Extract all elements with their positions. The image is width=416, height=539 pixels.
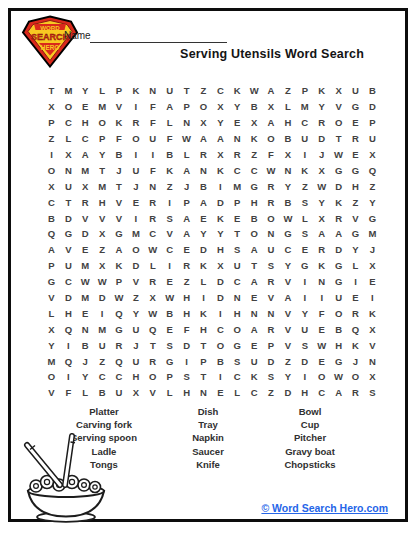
grid-cell: K: [212, 162, 229, 178]
grid-cell: C: [60, 115, 77, 131]
grid-cell: E: [229, 210, 246, 226]
grid-cell: I: [296, 274, 313, 290]
grid-cell: P: [111, 274, 128, 290]
word-list-item: Chopsticks: [240, 458, 380, 471]
grid-cell: S: [364, 385, 381, 401]
grid-cell: J: [347, 353, 364, 369]
grid-cell: G: [161, 353, 178, 369]
grid-cell: P: [195, 353, 212, 369]
grid-cell: R: [313, 242, 330, 258]
grid-cell: K: [246, 369, 263, 385]
grid-cell: Q: [111, 305, 128, 321]
grid-cell: R: [77, 194, 94, 210]
grid-cell: C: [212, 83, 229, 99]
grid-cell: K: [330, 194, 347, 210]
grid-cell: C: [212, 321, 229, 337]
grid-cell: V: [279, 274, 296, 290]
grid-cell: H: [279, 115, 296, 131]
grid-cell: A: [330, 385, 347, 401]
grid-cell: L: [229, 385, 246, 401]
grid-cell: A: [178, 162, 195, 178]
word-list-column-3: BowlCupPitcherGravy boatChopsticks: [240, 405, 380, 471]
grid-cell: A: [263, 83, 280, 99]
grid-cell: U: [364, 131, 381, 147]
grid-cell: V: [127, 274, 144, 290]
grid-cell: X: [127, 385, 144, 401]
grid-cell: H: [212, 242, 229, 258]
grid-cell: J: [313, 147, 330, 163]
grid-cell: A: [43, 242, 60, 258]
name-label: Name: [64, 30, 91, 41]
grid-cell: U: [161, 83, 178, 99]
grid-cell: E: [77, 242, 94, 258]
grid-cell: Y: [212, 226, 229, 242]
grid-cell: L: [279, 99, 296, 115]
grid-cell: I: [195, 290, 212, 306]
grid-cell: U: [111, 385, 128, 401]
word-list-item: Pitcher: [240, 431, 380, 444]
grid-cell: X: [94, 258, 111, 274]
grid-cell: G: [111, 226, 128, 242]
grid-cell: C: [144, 226, 161, 242]
grid-cell: D: [195, 242, 212, 258]
grid-cell: K: [229, 83, 246, 99]
grid-cell: E: [212, 385, 229, 401]
grid-cell: P: [94, 131, 111, 147]
grid-cell: A: [77, 147, 94, 163]
grid-cell: S: [296, 337, 313, 353]
grid-cell: Z: [178, 274, 195, 290]
grid-cell: O: [144, 369, 161, 385]
grid-cell: V: [144, 385, 161, 401]
grid-cell: X: [364, 321, 381, 337]
noodle-bowl-illustration: [18, 433, 114, 523]
grid-cell: V: [111, 99, 128, 115]
grid-cell: V: [111, 194, 128, 210]
grid-cell: R: [144, 194, 161, 210]
grid-cell: O: [43, 369, 60, 385]
grid-cell: M: [60, 83, 77, 99]
grid-cell: G: [364, 210, 381, 226]
grid-cell: X: [212, 147, 229, 163]
grid-cell: Q: [111, 353, 128, 369]
grid-cell: A: [330, 226, 347, 242]
grid-cell: Z: [43, 131, 60, 147]
chopsticks-icon: [27, 436, 75, 485]
grid-cell: K: [246, 131, 263, 147]
grid-cell: V: [279, 321, 296, 337]
grid-cell: E: [195, 210, 212, 226]
grid-cell: K: [347, 337, 364, 353]
grid-cell: S: [296, 194, 313, 210]
grid-cell: Q: [43, 226, 60, 242]
grid-cell: B: [161, 147, 178, 163]
grid-cell: E: [77, 305, 94, 321]
grid-cell: D: [77, 226, 94, 242]
grid-cell: F: [178, 321, 195, 337]
worksheet-page: WORD SEARCH HERO Name Serving Utensils W…: [0, 0, 416, 539]
grid-cell: N: [77, 321, 94, 337]
grid-cell: T: [229, 226, 246, 242]
word-search-hero-logo: WORD SEARCH HERO: [21, 15, 79, 68]
grid-cell: Y: [212, 115, 229, 131]
grid-cell: U: [94, 337, 111, 353]
grid-cell: W: [330, 369, 347, 385]
grid-cell: S: [263, 369, 280, 385]
grid-cell: H: [229, 305, 246, 321]
grid-cell: D: [178, 337, 195, 353]
grid-cell: L: [161, 385, 178, 401]
grid-cell: I: [144, 147, 161, 163]
grid-cell: P: [263, 337, 280, 353]
grid-cell: R: [263, 274, 280, 290]
grid-cell: Y: [195, 226, 212, 242]
grid-cell: T: [195, 369, 212, 385]
grid-cell: D: [212, 274, 229, 290]
grid-cell: F: [161, 131, 178, 147]
grid-cell: P: [178, 194, 195, 210]
grid-cell: K: [212, 210, 229, 226]
grid-cell: C: [296, 115, 313, 131]
grid-cell: I: [127, 99, 144, 115]
grid-cell: J: [77, 353, 94, 369]
grid-cell: L: [161, 115, 178, 131]
grid-cell: O: [347, 369, 364, 385]
grid-cell: V: [43, 290, 60, 306]
grid-cell: T: [195, 337, 212, 353]
grid-cell: E: [77, 99, 94, 115]
grid-cell: W: [313, 337, 330, 353]
grid-cell: U: [60, 258, 77, 274]
grid-cell: O: [229, 321, 246, 337]
grid-cell: T: [60, 194, 77, 210]
grid-cell: E: [347, 290, 364, 306]
grid-cell: D: [127, 258, 144, 274]
grid-cell: H: [178, 305, 195, 321]
grid-cell: G: [279, 226, 296, 242]
grid-cell: D: [364, 99, 381, 115]
grid-cell: P: [161, 369, 178, 385]
grid-cell: V: [77, 210, 94, 226]
grid-cell: O: [313, 369, 330, 385]
grid-cell: X: [279, 147, 296, 163]
grid-cell: Y: [279, 258, 296, 274]
grid-cell: U: [263, 242, 280, 258]
grid-cell: P: [43, 258, 60, 274]
grid-cell: M: [77, 290, 94, 306]
grid-cell: L: [144, 258, 161, 274]
grid-cell: J: [127, 178, 144, 194]
grid-cell: X: [43, 321, 60, 337]
grid-cell: U: [60, 178, 77, 194]
grid-cell: C: [246, 385, 263, 401]
grid-cell: D: [94, 290, 111, 306]
grid-cell: B: [279, 194, 296, 210]
grid-cell: H: [296, 385, 313, 401]
grid-cell: H: [178, 385, 195, 401]
grid-cell: Z: [364, 178, 381, 194]
grid-cell: N: [144, 178, 161, 194]
grid-cell: D: [313, 131, 330, 147]
grid-cell: V: [279, 337, 296, 353]
letter-grid: TMYLPKNUTZCKWAZPKXUBXOEMVIFAPOXYBXLMYVGD…: [43, 83, 381, 401]
grid-cell: I: [178, 353, 195, 369]
grid-cell: E: [313, 321, 330, 337]
grid-cell: B: [279, 131, 296, 147]
page-title: Serving Utensils Word Search: [180, 47, 364, 61]
grid-cell: G: [246, 178, 263, 194]
grid-cell: U: [246, 353, 263, 369]
grid-cell: E: [161, 321, 178, 337]
grid-cell: G: [60, 226, 77, 242]
grid-cell: C: [77, 131, 94, 147]
grid-cell: Y: [229, 99, 246, 115]
grid-cell: X: [43, 99, 60, 115]
grid-cell: R: [144, 210, 161, 226]
grid-cell: W: [263, 162, 280, 178]
grid-cell: R: [144, 274, 161, 290]
grid-cell: J: [111, 162, 128, 178]
grid-cell: O: [94, 115, 111, 131]
grid-cell: L: [94, 83, 111, 99]
grid-cell: N: [144, 83, 161, 99]
grid-cell: X: [77, 178, 94, 194]
grid-cell: W: [279, 210, 296, 226]
grid-cell: X: [330, 83, 347, 99]
grid-cell: W: [111, 290, 128, 306]
grid-cell: A: [178, 210, 195, 226]
grid-cell: G: [347, 226, 364, 242]
grid-cell: Z: [127, 290, 144, 306]
grid-cell: L: [178, 147, 195, 163]
grid-cell: U: [296, 131, 313, 147]
word-list-item: Bowl: [240, 405, 380, 418]
grid-cell: V: [60, 242, 77, 258]
grid-cell: K: [195, 305, 212, 321]
grid-cell: L: [43, 305, 60, 321]
grid-cell: T: [94, 162, 111, 178]
grid-cell: V: [161, 226, 178, 242]
grid-cell: R: [313, 115, 330, 131]
grid-cell: D: [279, 385, 296, 401]
grid-cell: T: [111, 178, 128, 194]
grid-cell: E: [229, 115, 246, 131]
grid-cell: A: [178, 226, 195, 242]
grid-cell: A: [212, 131, 229, 147]
grid-cell: I: [127, 147, 144, 163]
grid-cell: U: [347, 83, 364, 99]
grid-cell: V: [330, 99, 347, 115]
grid-cell: E: [313, 353, 330, 369]
grid-cell: X: [263, 99, 280, 115]
grid-cell: V: [94, 210, 111, 226]
grid-cell: G: [347, 99, 364, 115]
grid-cell: G: [330, 162, 347, 178]
grid-cell: N: [195, 162, 212, 178]
grid-cell: K: [161, 162, 178, 178]
grid-cell: E: [178, 242, 195, 258]
grid-cell: J: [178, 178, 195, 194]
grid-cell: K: [313, 83, 330, 99]
grid-cell: B: [330, 321, 347, 337]
grid-cell: M: [127, 226, 144, 242]
grid-cell: H: [330, 337, 347, 353]
grid-cell: R: [347, 385, 364, 401]
word-list-item: Gravy boat: [240, 445, 380, 458]
grid-cell: D: [330, 242, 347, 258]
grid-cell: W: [330, 147, 347, 163]
grid-cell: I: [127, 210, 144, 226]
grid-cell: W: [313, 178, 330, 194]
grid-cell: Y: [77, 83, 94, 99]
grid-cell: W: [77, 274, 94, 290]
grid-cell: H: [77, 115, 94, 131]
grid-cell: E: [347, 147, 364, 163]
grid-cell: E: [246, 337, 263, 353]
grid-cell: A: [279, 290, 296, 306]
grid-cell: H: [178, 290, 195, 306]
grid-cell: I: [60, 337, 77, 353]
grid-cell: X: [212, 258, 229, 274]
grid-cell: N: [229, 290, 246, 306]
grid-cell: Z: [94, 353, 111, 369]
grid-cell: I: [364, 290, 381, 306]
grid-cell: Q: [144, 321, 161, 337]
grid-cell: I: [313, 290, 330, 306]
grid-cell: D: [60, 210, 77, 226]
grid-cell: F: [313, 305, 330, 321]
grid-cell: W: [161, 290, 178, 306]
grid-cell: D: [330, 178, 347, 194]
grid-cell: D: [296, 353, 313, 369]
grid-cell: O: [330, 305, 347, 321]
name-blank-line[interactable]: [90, 42, 227, 43]
word-list-item: Cup: [240, 418, 380, 431]
grid-cell: A: [246, 321, 263, 337]
grid-cell: C: [111, 369, 128, 385]
grid-cell: Q: [364, 162, 381, 178]
grid-cell: W: [94, 274, 111, 290]
grid-cell: S: [178, 369, 195, 385]
grid-cell: I: [94, 305, 111, 321]
grid-cell: Z: [279, 353, 296, 369]
grid-cell: Z: [195, 83, 212, 99]
grid-cell: P: [296, 83, 313, 99]
grid-cell: X: [364, 258, 381, 274]
grid-cell: I: [212, 369, 229, 385]
grid-cell: Y: [43, 337, 60, 353]
grid-cell: V: [111, 210, 128, 226]
grid-cell: U: [144, 131, 161, 147]
grid-cell: Y: [279, 178, 296, 194]
grid-cell: I: [296, 290, 313, 306]
grid-cell: P: [111, 83, 128, 99]
grid-cell: E: [364, 274, 381, 290]
grid-cell: O: [212, 337, 229, 353]
grid-cell: T: [178, 83, 195, 99]
grid-cell: Q: [347, 321, 364, 337]
grid-cell: Z: [263, 385, 280, 401]
grid-cell: E: [161, 274, 178, 290]
grid-cell: I: [347, 274, 364, 290]
grid-cell: X: [364, 147, 381, 163]
grid-cell: D: [60, 290, 77, 306]
grid-cell: C: [229, 369, 246, 385]
grid-cell: X: [60, 147, 77, 163]
grid-cell: A: [263, 115, 280, 131]
grid-cell: K: [296, 162, 313, 178]
grid-cell: S: [263, 258, 280, 274]
grid-cell: V: [43, 385, 60, 401]
grid-cell: V: [364, 337, 381, 353]
grid-cell: M: [94, 99, 111, 115]
grid-cell: L: [77, 385, 94, 401]
grid-cell: C: [246, 162, 263, 178]
grid-cell: S: [296, 226, 313, 242]
grid-cell: H: [127, 369, 144, 385]
grid-cell: F: [111, 131, 128, 147]
grid-cell: N: [195, 385, 212, 401]
grid-cell: U: [296, 321, 313, 337]
grid-cell: F: [144, 99, 161, 115]
grid-cell: B: [43, 210, 60, 226]
grid-cell: C: [60, 274, 77, 290]
grid-cell: F: [144, 162, 161, 178]
grid-cell: P: [178, 99, 195, 115]
grid-cell: Q: [60, 353, 77, 369]
grid-cell: R: [229, 147, 246, 163]
grid-cell: L: [60, 131, 77, 147]
grid-cell: Y: [347, 242, 364, 258]
grid-cell: K: [111, 258, 128, 274]
grid-cell: P: [364, 115, 381, 131]
grid-cell: R: [347, 305, 364, 321]
grid-cell: W: [144, 242, 161, 258]
grid-cell: I: [60, 369, 77, 385]
grid-cell: A: [111, 242, 128, 258]
grid-cell: N: [313, 274, 330, 290]
grid-cell: Y: [364, 194, 381, 210]
grid-cell: D: [212, 290, 229, 306]
copyright-link[interactable]: © Word Search Hero.com: [261, 502, 388, 514]
grid-cell: A: [246, 242, 263, 258]
grid-cell: Y: [296, 305, 313, 321]
grid-cell: K: [111, 115, 128, 131]
grid-cell: N: [364, 353, 381, 369]
grid-cell: M: [94, 321, 111, 337]
grid-cell: G: [330, 353, 347, 369]
grid-cell: R: [347, 131, 364, 147]
grid-cell: H: [246, 194, 263, 210]
grid-cell: J: [364, 242, 381, 258]
grid-cell: W: [178, 131, 195, 147]
grid-cell: V: [347, 210, 364, 226]
grid-cell: N: [178, 115, 195, 131]
grid-cell: Y: [279, 369, 296, 385]
grid-cell: G: [111, 321, 128, 337]
grid-cell: L: [347, 258, 364, 274]
grid-cell: Y: [77, 369, 94, 385]
grid-cell: X: [364, 369, 381, 385]
grid-cell: X: [94, 226, 111, 242]
grid-cell: K: [127, 83, 144, 99]
grid-cell: C: [229, 274, 246, 290]
grid-cell: B: [246, 99, 263, 115]
grid-cell: C: [229, 162, 246, 178]
grid-cell: I: [212, 305, 229, 321]
grid-cell: R: [144, 353, 161, 369]
grid-cell: A: [195, 194, 212, 210]
